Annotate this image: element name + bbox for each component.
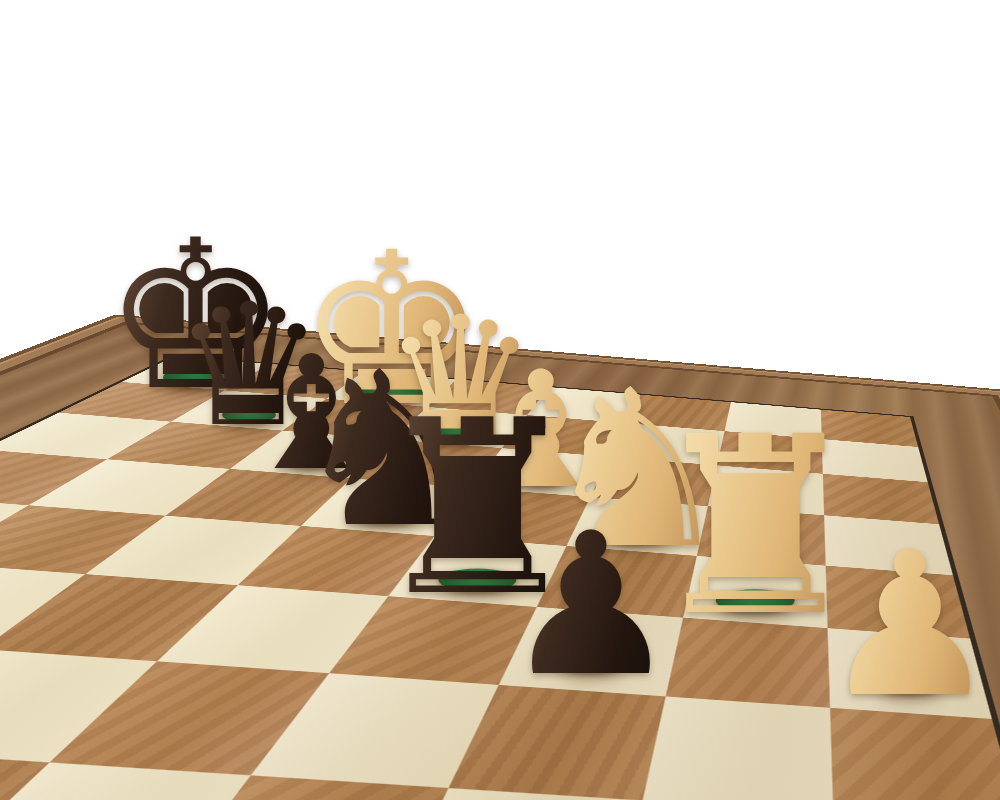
product-photo-scene: ♚♛♝♞♜♟♚♛♝♞♜♟ (0, 0, 1000, 800)
piece-black-pawn[interactable]: ♟ (503, 507, 679, 704)
piece-white-pawn[interactable]: ♟ (820, 526, 999, 726)
